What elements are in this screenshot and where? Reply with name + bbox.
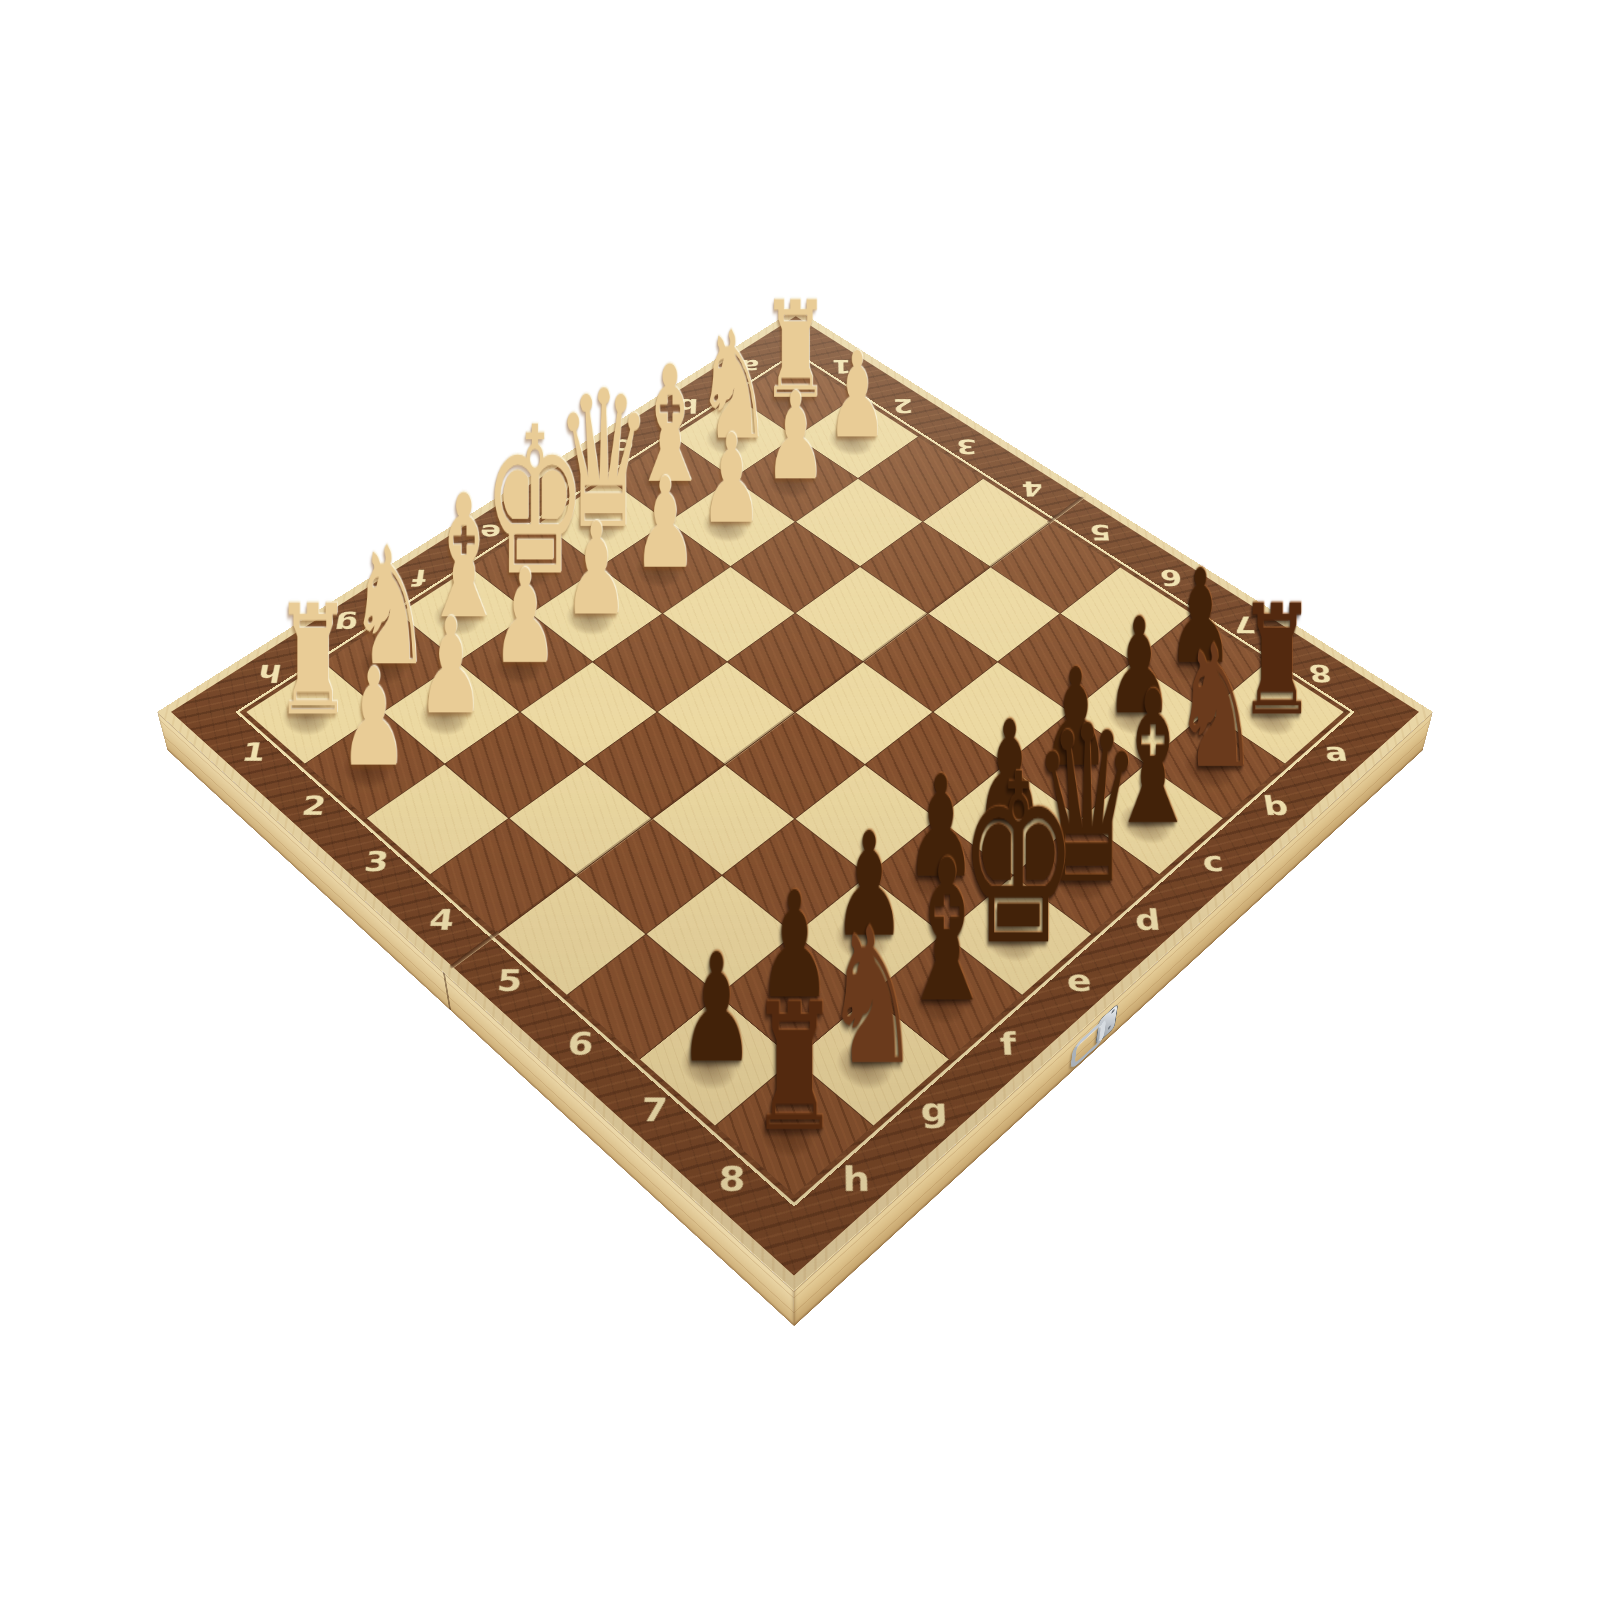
pawn-glyph: ♟ bbox=[678, 934, 754, 1084]
rook-glyph: ♜ bbox=[750, 981, 839, 1157]
chess-board: ♜♟♟♜♞♟♟♞♝♟♟♝♛♟♟♛♚♟♟♚♝♟♟♝♞♟♟♞♜♟♟♜ 1234567… bbox=[157, 309, 1433, 1291]
pawn-glyph: ♟ bbox=[827, 335, 887, 454]
knight-glyph: ♞ bbox=[825, 905, 920, 1093]
wall-fold-seam bbox=[443, 972, 451, 1011]
pawn-glyph: ♟ bbox=[492, 552, 558, 682]
pawn-glyph: ♟ bbox=[633, 461, 696, 586]
pawn-glyph: ♟ bbox=[339, 650, 407, 785]
board-grid: ♜♟♟♜♞♟♟♞♝♟♟♝♛♟♟♛♚♟♟♚♝♟♟♝♞♟♟♞♜♟♟♜ bbox=[246, 358, 1343, 1196]
pawn-glyph: ♟ bbox=[700, 417, 762, 540]
square-d4 bbox=[728, 614, 861, 712]
pawn-glyph: ♟ bbox=[564, 505, 629, 633]
pawn-glyph: ♟ bbox=[417, 600, 484, 733]
board-face: ♜♟♟♜♞♟♟♞♝♟♟♝♛♟♟♛♚♟♟♚♝♟♟♝♞♟♟♞♜♟♟♜ 1234567… bbox=[157, 309, 1433, 1291]
product-photo: ♜♟♟♜♞♟♟♞♝♟♟♝♛♟♟♛♚♟♟♚♝♟♟♝♞♟♟♞♜♟♟♜ 1234567… bbox=[0, 0, 1600, 1600]
pawn-glyph: ♟ bbox=[765, 376, 826, 497]
scene: ♜♟♟♜♞♟♟♞♝♟♟♝♛♟♟♛♚♟♟♚♝♟♟♝♞♟♟♞♜♟♟♜ 1234567… bbox=[0, 0, 1600, 1600]
